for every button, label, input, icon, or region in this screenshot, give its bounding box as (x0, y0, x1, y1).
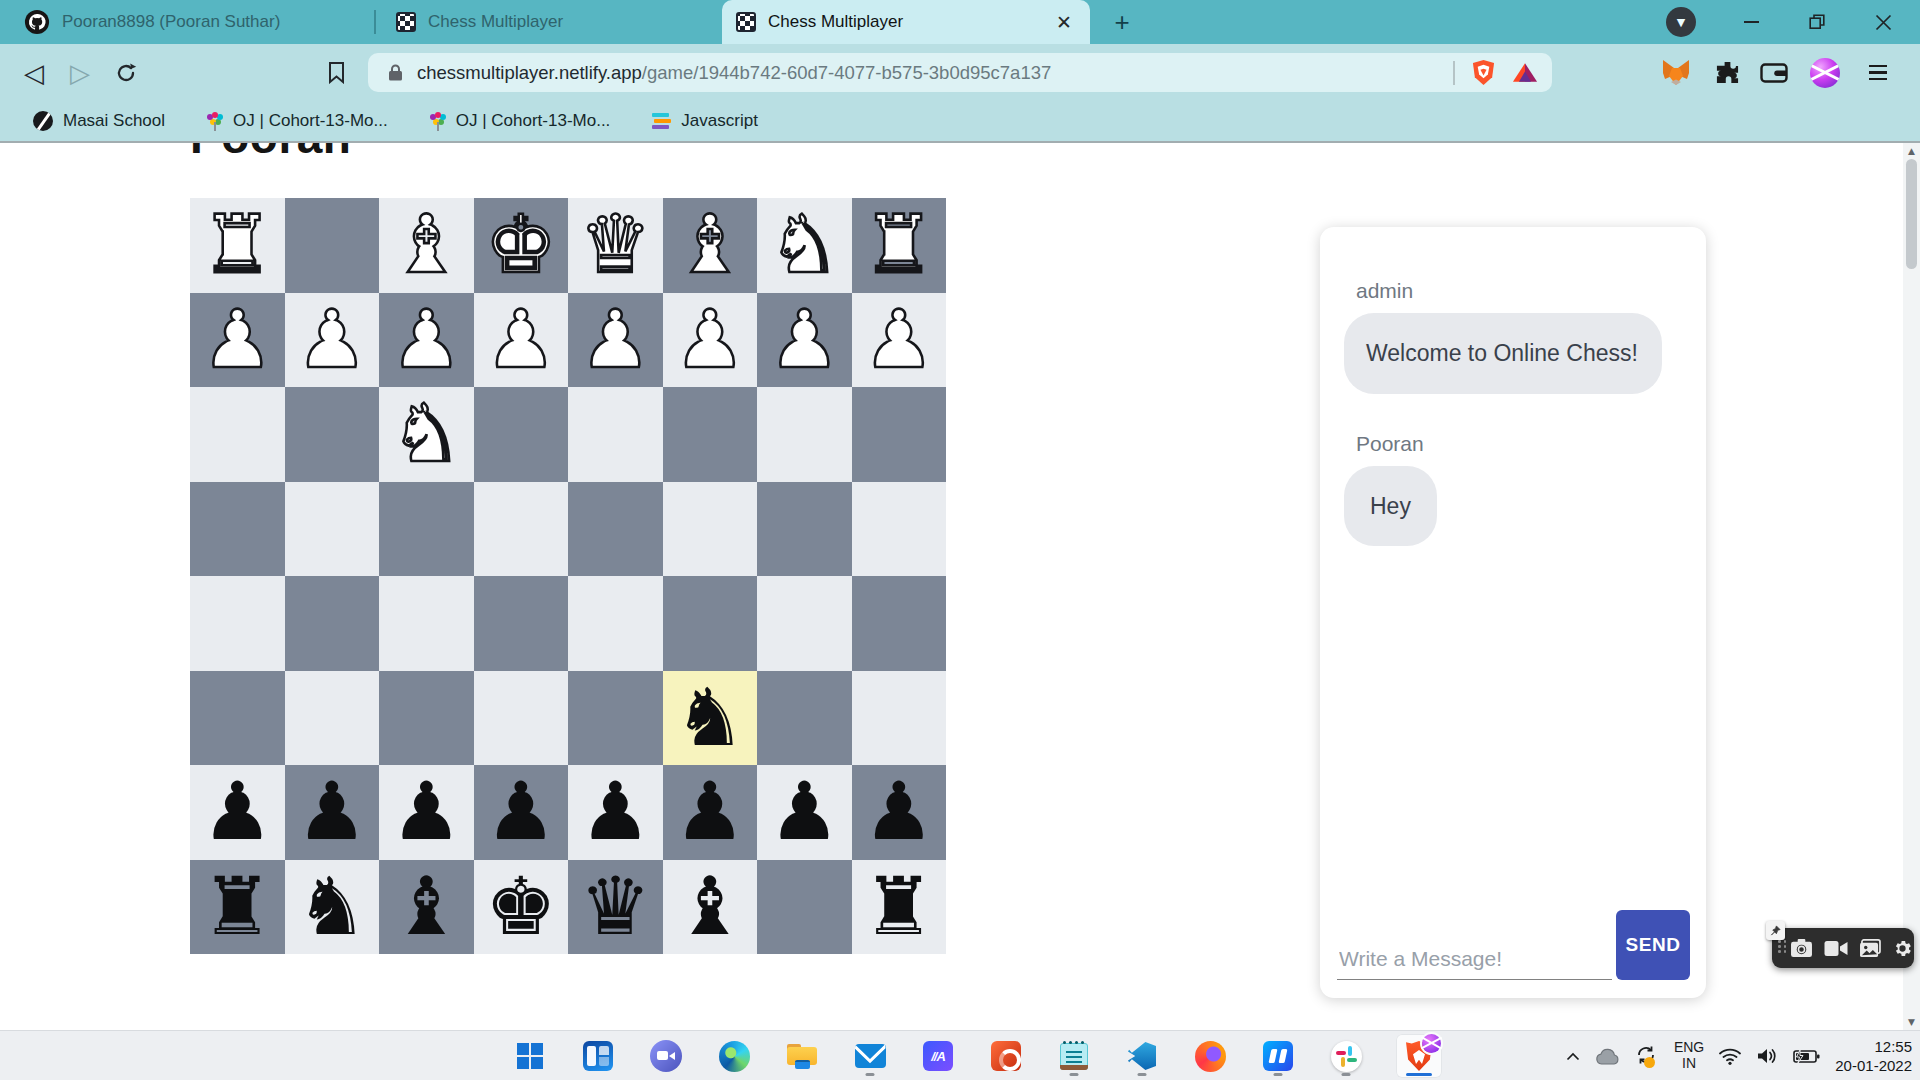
square[interactable]: ♜ (852, 860, 947, 955)
page-scrollbar[interactable]: ▲ ▼ (1903, 143, 1920, 1030)
chat-panel: admin Welcome to Online Chess! Pooran He… (1320, 227, 1706, 998)
clock[interactable]: 12:55 20-01-2022 (1835, 1037, 1912, 1076)
browser-update-icon[interactable]: ▼ (1666, 7, 1696, 37)
extensions-button[interactable] (1710, 44, 1744, 101)
square[interactable]: ♟ (568, 293, 663, 388)
reload-button[interactable] (106, 44, 146, 101)
white-rook-piece[interactable]: ♜ (201, 205, 273, 285)
bookmark-label: OJ | Cohort-13-Mo... (233, 111, 388, 131)
square[interactable] (474, 671, 569, 766)
masai-app-icon: //A (923, 1041, 953, 1071)
taskbar-mail[interactable] (852, 1035, 888, 1077)
square[interactable] (379, 482, 474, 577)
white-knight-piece[interactable]: ♞ (390, 394, 462, 474)
back-button[interactable]: ◁ (14, 44, 54, 101)
square[interactable] (190, 671, 285, 766)
square[interactable] (190, 482, 285, 577)
black-rook-piece[interactable]: ♜ (863, 867, 935, 947)
chat-author: admin (1356, 279, 1706, 303)
square[interactable]: ♟ (757, 293, 852, 388)
taskbar-masai-app[interactable]: //A (920, 1035, 956, 1077)
black-pawn-piece[interactable]: ♟ (674, 772, 746, 852)
lock-icon (388, 63, 403, 82)
update-dot-icon (1644, 1057, 1655, 1068)
square[interactable] (663, 576, 758, 671)
square[interactable] (663, 482, 758, 577)
window-restore-button[interactable] (1794, 0, 1840, 44)
hamburger-menu-icon (1869, 65, 1887, 80)
black-rook-piece[interactable]: ♜ (201, 867, 273, 947)
bat-rewards-icon[interactable] (1512, 61, 1538, 84)
tab-chess-active[interactable]: Chess Multiplayer ✕ (722, 0, 1090, 44)
square[interactable]: ♜ (852, 198, 947, 293)
square[interactable] (190, 576, 285, 671)
brave-shield-icon[interactable] (1471, 59, 1496, 86)
bookmark-oj-cohort-1[interactable]: OJ | Cohort-13-Mo... (207, 110, 388, 132)
black-bishop-piece[interactable]: ♝ (674, 867, 746, 947)
url-domain: chessmultiplayer.netlify.app (417, 62, 642, 84)
square[interactable]: ♝ (379, 198, 474, 293)
bookmark-label: Javascript (681, 111, 758, 131)
square[interactable] (852, 576, 947, 671)
square[interactable]: ♟ (190, 293, 285, 388)
new-tab-button[interactable]: + (1106, 6, 1138, 38)
square[interactable]: ♟ (285, 765, 380, 860)
black-knight-piece[interactable]: ♞ (674, 678, 746, 758)
bookmark-oj-cohort-2[interactable]: OJ | Cohort-13-Mo... (430, 110, 611, 132)
black-pawn-piece[interactable]: ♟ (201, 772, 273, 852)
square[interactable] (568, 576, 663, 671)
tab-chess-background[interactable]: Chess Multiplayer (382, 0, 712, 44)
white-bishop-piece[interactable]: ♝ (674, 205, 746, 285)
widgets-icon (583, 1041, 613, 1071)
slack-icon (1331, 1041, 1362, 1072)
camera-icon[interactable] (1790, 938, 1813, 958)
square[interactable]: ♟ (852, 293, 947, 388)
bookmark-masai-school[interactable]: Masai School (33, 111, 165, 131)
square[interactable] (757, 387, 852, 482)
brave-profile-badge-icon (1422, 1034, 1441, 1053)
square[interactable] (663, 387, 758, 482)
taskbar-teams-chat[interactable] (648, 1035, 684, 1077)
bookmarks-bar: Masai School OJ | Cohort-13-Mo... OJ | C… (0, 101, 1920, 143)
language-indicator[interactable]: ENGIN (1674, 1040, 1704, 1071)
taskbar-notepad[interactable] (1056, 1035, 1092, 1077)
white-pawn-piece[interactable]: ♟ (201, 300, 273, 380)
black-pawn-piece[interactable]: ♟ (863, 772, 935, 852)
video-icon[interactable] (1824, 940, 1848, 957)
taskbar-vscode[interactable] (1124, 1035, 1160, 1077)
scrollbar-thumb[interactable] (1906, 159, 1917, 269)
chat-message-input[interactable] (1337, 939, 1612, 980)
square[interactable] (379, 576, 474, 671)
tab-close-icon[interactable]: ✕ (1052, 11, 1076, 34)
square[interactable]: ♞ (285, 860, 380, 955)
url-path: /game/1944b742-60d7-4077-b575-3b0d95c7a1… (642, 62, 1051, 84)
square[interactable]: ♟ (474, 293, 569, 388)
balloons-icon (207, 110, 223, 132)
square[interactable] (190, 387, 285, 482)
taskbar-office[interactable] (988, 1035, 1024, 1077)
vscode-icon (1128, 1042, 1156, 1070)
notepad-icon (1060, 1043, 1088, 1070)
taskbar-widgets[interactable] (580, 1035, 616, 1077)
square[interactable] (285, 387, 380, 482)
globe-icon (33, 111, 53, 131)
white-pawn-piece[interactable]: ♟ (390, 300, 462, 380)
metamask-fox-icon (1661, 59, 1691, 87)
square[interactable]: ♟ (190, 765, 285, 860)
square[interactable] (757, 576, 852, 671)
reload-icon (114, 61, 138, 85)
square[interactable] (852, 482, 947, 577)
square[interactable]: ♟ (285, 293, 380, 388)
screen-capture-toolbar (1772, 928, 1914, 968)
avatar-icon (1810, 58, 1840, 88)
square[interactable]: ♟ (663, 293, 758, 388)
sync-update-icon[interactable] (1635, 1044, 1659, 1068)
black-knight-piece[interactable]: ♞ (296, 867, 368, 947)
gear-icon[interactable] (1892, 938, 1913, 959)
taskbar-slack[interactable] (1328, 1035, 1364, 1077)
square[interactable]: ♟ (663, 765, 758, 860)
white-pawn-piece[interactable]: ♟ (296, 300, 368, 380)
white-rook-piece[interactable]: ♜ (863, 205, 935, 285)
square[interactable] (474, 576, 569, 671)
square[interactable]: ♞ (757, 198, 852, 293)
square[interactable]: ♝ (663, 860, 758, 955)
square[interactable] (568, 671, 663, 766)
square[interactable]: ♚ (474, 860, 569, 955)
black-pawn-piece[interactable]: ♟ (390, 772, 462, 852)
square[interactable] (757, 860, 852, 955)
square[interactable]: ♟ (568, 765, 663, 860)
tab-title: Pooran8898 (Pooran Suthar) (62, 12, 350, 32)
image-icon[interactable] (1859, 939, 1881, 958)
office-icon (991, 1041, 1021, 1071)
active-app-indicator (1406, 1073, 1432, 1076)
tab-title: Chess Multiplayer (428, 12, 698, 32)
tray-time: 12:55 (1835, 1037, 1912, 1057)
mail-icon (855, 1044, 886, 1068)
square[interactable]: ♚ (474, 198, 569, 293)
player-heading-clipped: Pooran (190, 143, 351, 161)
square[interactable] (285, 576, 380, 671)
white-pawn-piece[interactable]: ♟ (863, 300, 935, 380)
pin-icon[interactable] (1766, 921, 1785, 940)
chessboard-favicon-icon (736, 12, 756, 32)
black-pawn-piece[interactable]: ♟ (296, 772, 368, 852)
square[interactable] (757, 671, 852, 766)
square[interactable] (757, 482, 852, 577)
chess-board: ♜♝♚♛♝♞♜♟♟♟♟♟♟♟♟♞♞♟♟♟♟♟♟♟♟♜♞♝♚♛♝♜ (190, 198, 946, 954)
puzzle-icon (1715, 60, 1740, 85)
page-title: Pooran (190, 143, 351, 160)
black-queen-piece[interactable]: ♛ (579, 867, 651, 947)
teams-chat-icon (650, 1040, 682, 1072)
black-pawn-piece[interactable]: ♟ (579, 772, 651, 852)
speaker-icon[interactable] (1756, 1047, 1778, 1065)
taskbar-app-double-bars[interactable] (1260, 1035, 1296, 1077)
white-pawn-piece[interactable]: ♟ (674, 300, 746, 380)
square[interactable]: ♞ (379, 387, 474, 482)
bookmark-javascript[interactable]: Javascript (652, 111, 758, 131)
tab-github[interactable]: Pooran8898 (Pooran Suthar) (10, 0, 364, 44)
bookmark-icon (327, 61, 346, 84)
white-knight-piece[interactable]: ♞ (768, 205, 840, 285)
square[interactable]: ♞ (663, 671, 758, 766)
taskbar-edge[interactable] (716, 1035, 752, 1077)
send-button[interactable]: SEND (1616, 910, 1690, 980)
url-bar[interactable]: chessmultiplayer.netlify.app/game/1944b7… (368, 53, 1552, 92)
white-pawn-piece[interactable]: ♟ (485, 300, 557, 380)
tray-date: 20-01-2022 (1835, 1056, 1912, 1076)
metamask-extension-button[interactable] (1658, 44, 1694, 101)
square[interactable]: ♜ (190, 198, 285, 293)
windows-start-icon (517, 1043, 543, 1069)
square[interactable] (285, 482, 380, 577)
browser-tab-bar: Pooran8898 (Pooran Suthar) Chess Multipl… (0, 0, 1920, 44)
bookmark-label: OJ | Cohort-13-Mo... (456, 111, 611, 131)
tab-title: Chess Multiplayer (768, 12, 1040, 32)
square[interactable] (474, 482, 569, 577)
square[interactable]: ♟ (379, 293, 474, 388)
square[interactable]: ♟ (379, 765, 474, 860)
double-bars-app-icon (1263, 1041, 1293, 1071)
black-bishop-piece[interactable]: ♝ (390, 867, 462, 947)
white-pawn-piece[interactable]: ♟ (768, 300, 840, 380)
page-content: Pooran ♜♝♚♛♝♞♜♟♟♟♟♟♟♟♟♞♞♟♟♟♟♟♟♟♟♜♞♝♚♛♝♜ … (0, 143, 1920, 1030)
square[interactable] (285, 671, 380, 766)
bookmark-button[interactable] (316, 44, 356, 101)
chat-author: Pooran (1356, 432, 1706, 456)
white-queen-piece[interactable]: ♛ (579, 205, 651, 285)
square[interactable]: ♟ (757, 765, 852, 860)
square[interactable] (285, 198, 380, 293)
browser-menu-button[interactable] (1860, 44, 1896, 101)
bookmark-label: Masai School (63, 111, 165, 131)
wifi-icon[interactable] (1719, 1048, 1741, 1065)
chat-message: Welcome to Online Chess! (1344, 313, 1662, 394)
white-bishop-piece[interactable]: ♝ (390, 205, 462, 285)
windows-taskbar: //A ENGIN 12:55 20-01-2022 (0, 1030, 1920, 1080)
taskbar-file-explorer[interactable] (784, 1035, 820, 1077)
window-minimize-button[interactable] (1728, 0, 1774, 44)
drag-grip-icon[interactable] (1778, 940, 1787, 953)
square[interactable] (852, 387, 947, 482)
white-pawn-piece[interactable]: ♟ (579, 300, 651, 380)
chessboard-favicon-icon (396, 12, 416, 32)
square[interactable] (568, 482, 663, 577)
profile-avatar[interactable] (1806, 44, 1844, 101)
url-separator (1453, 61, 1455, 85)
square[interactable] (568, 387, 663, 482)
balloons-icon (430, 110, 446, 132)
chat-message: Hey (1344, 466, 1437, 547)
forward-button[interactable]: ▷ (60, 44, 100, 101)
github-icon (24, 9, 50, 35)
window-close-button[interactable] (1860, 0, 1906, 44)
wallet-icon (1760, 61, 1788, 85)
taskbar-brave-active[interactable] (1396, 1035, 1442, 1077)
start-button[interactable] (512, 1035, 548, 1077)
close-icon (1875, 14, 1892, 31)
square[interactable] (852, 671, 947, 766)
square[interactable]: ♟ (474, 765, 569, 860)
black-king-piece[interactable]: ♚ (485, 867, 557, 947)
scroll-down-icon[interactable]: ▼ (1903, 1017, 1920, 1027)
books-icon (652, 113, 671, 129)
scroll-up-icon[interactable]: ▲ (1903, 146, 1920, 156)
black-pawn-piece[interactable]: ♟ (485, 772, 557, 852)
white-king-piece[interactable]: ♚ (485, 205, 557, 285)
firefox-icon (1195, 1041, 1226, 1072)
square[interactable]: ♟ (852, 765, 947, 860)
square[interactable] (379, 671, 474, 766)
square[interactable] (474, 387, 569, 482)
square[interactable]: ♝ (379, 860, 474, 955)
restore-icon (1809, 14, 1825, 30)
wallet-button[interactable] (1756, 44, 1792, 101)
taskbar-firefox[interactable] (1192, 1035, 1228, 1077)
tab-separator (374, 10, 376, 34)
square[interactable]: ♝ (663, 198, 758, 293)
square[interactable]: ♛ (568, 860, 663, 955)
square[interactable]: ♛ (568, 198, 663, 293)
battery-charging-icon[interactable] (1793, 1049, 1820, 1064)
black-pawn-piece[interactable]: ♟ (768, 772, 840, 852)
square[interactable]: ♜ (190, 860, 285, 955)
edge-icon (719, 1041, 750, 1072)
file-explorer-icon (787, 1044, 817, 1069)
browser-nav-bar: ◁ ▷ chessmultiplayer.netlify.app/game/19… (0, 44, 1920, 101)
tray-chevron-up-icon[interactable] (1566, 1052, 1580, 1061)
onedrive-cloud-icon[interactable] (1595, 1048, 1620, 1065)
